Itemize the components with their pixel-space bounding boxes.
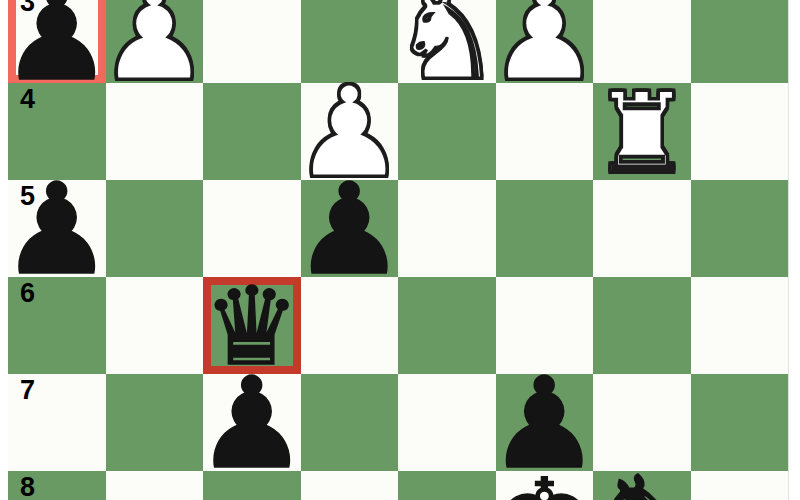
square-c3[interactable]: ♟ bbox=[496, 0, 594, 83]
square-f7[interactable]: ♟ bbox=[203, 374, 301, 471]
square-a8[interactable] bbox=[691, 471, 789, 500]
square-e5[interactable]: ♟ bbox=[301, 180, 399, 277]
square-g8[interactable] bbox=[106, 471, 204, 500]
square-e7[interactable] bbox=[301, 374, 399, 471]
square-d8[interactable] bbox=[398, 471, 496, 500]
square-f4[interactable] bbox=[203, 83, 301, 180]
square-d6[interactable] bbox=[398, 277, 496, 374]
black-pawn[interactable]: ♟ bbox=[0, 167, 113, 293]
board-crop-viewport: 3♟♟♞♟4♟♜5♟♟6♛7♟♟8♚♞ bbox=[0, 0, 800, 500]
square-a3[interactable] bbox=[691, 0, 789, 83]
chess-board: 3♟♟♞♟4♟♜5♟♟6♛7♟♟8♚♞ bbox=[8, 0, 789, 500]
square-b8[interactable]: ♞ bbox=[593, 471, 691, 500]
black-pawn[interactable]: ♟ bbox=[293, 167, 406, 293]
rank-label-8: 8 bbox=[20, 474, 35, 500]
square-a6[interactable] bbox=[691, 277, 789, 374]
square-h3[interactable]: 3♟ bbox=[8, 0, 106, 83]
square-e8[interactable] bbox=[301, 471, 399, 500]
white-rook[interactable]: ♜ bbox=[592, 77, 692, 189]
black-king[interactable]: ♚ bbox=[493, 464, 595, 500]
square-g7[interactable] bbox=[106, 374, 204, 471]
square-b4[interactable]: ♜ bbox=[593, 83, 691, 180]
square-g6[interactable] bbox=[106, 277, 204, 374]
square-g3[interactable]: ♟ bbox=[106, 0, 204, 83]
square-f5[interactable] bbox=[203, 180, 301, 277]
square-h5[interactable]: 5♟ bbox=[8, 180, 106, 277]
square-d5[interactable] bbox=[398, 180, 496, 277]
square-c8[interactable]: ♚ bbox=[496, 471, 594, 500]
square-d3[interactable]: ♞ bbox=[398, 0, 496, 83]
black-knight[interactable]: ♞ bbox=[587, 460, 696, 500]
square-c5[interactable] bbox=[496, 180, 594, 277]
square-a7[interactable] bbox=[691, 374, 789, 471]
square-h8[interactable]: 8 bbox=[8, 471, 106, 500]
square-f3[interactable] bbox=[203, 0, 301, 83]
black-pawn[interactable]: ♟ bbox=[0, 0, 113, 99]
square-b6[interactable] bbox=[593, 277, 691, 374]
white-pawn[interactable]: ♟ bbox=[98, 0, 211, 99]
square-a5[interactable] bbox=[691, 180, 789, 277]
square-a4[interactable] bbox=[691, 83, 789, 180]
white-pawn[interactable]: ♟ bbox=[488, 0, 601, 99]
square-d7[interactable] bbox=[398, 374, 496, 471]
rank-label-7: 7 bbox=[20, 377, 35, 404]
square-h7[interactable]: 7 bbox=[8, 374, 106, 471]
black-pawn[interactable]: ♟ bbox=[195, 361, 308, 487]
square-g5[interactable] bbox=[106, 180, 204, 277]
white-knight[interactable]: ♞ bbox=[392, 0, 501, 97]
